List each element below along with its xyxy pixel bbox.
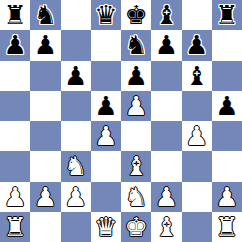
piece-white-pawn[interactable]: ♟ [3,182,26,212]
square-g2[interactable] [182,182,212,212]
piece-black-rook[interactable]: ♜ [215,0,238,30]
square-d3[interactable] [91,151,121,181]
piece-black-queen[interactable]: ♛ [94,0,117,30]
piece-black-knight[interactable]: ♞ [124,30,147,60]
piece-black-bishop[interactable]: ♝ [155,0,178,30]
square-f8[interactable]: ♝ [151,0,181,30]
square-e4[interactable] [121,121,151,151]
square-f5[interactable] [151,91,181,121]
square-d2[interactable] [91,182,121,212]
square-h5[interactable]: ♟ [212,91,242,121]
square-g1[interactable] [182,212,212,242]
piece-white-pawn[interactable]: ♟ [185,121,208,151]
piece-white-pawn[interactable]: ♟ [215,182,238,212]
square-e6[interactable]: ♟ [121,61,151,91]
square-b2[interactable]: ♟ [30,182,60,212]
square-d6[interactable] [91,61,121,91]
square-f2[interactable]: ♟ [151,182,181,212]
square-b5[interactable] [30,91,60,121]
square-h4[interactable] [212,121,242,151]
piece-black-bishop[interactable]: ♝ [185,61,208,91]
square-h1[interactable]: ♜ [212,212,242,242]
piece-white-pawn[interactable]: ♟ [155,182,178,212]
square-b7[interactable]: ♟ [30,30,60,60]
square-a8[interactable]: ♜ [0,0,30,30]
piece-white-king[interactable]: ♚ [124,212,147,242]
square-g7[interactable]: ♟ [182,30,212,60]
piece-black-pawn[interactable]: ♟ [34,30,57,60]
piece-black-knight[interactable]: ♞ [34,0,57,30]
square-a3[interactable] [0,151,30,181]
square-g4[interactable]: ♟ [182,121,212,151]
square-c2[interactable]: ♟ [61,182,91,212]
square-b6[interactable] [30,61,60,91]
square-a4[interactable] [0,121,30,151]
square-c4[interactable] [61,121,91,151]
square-h7[interactable] [212,30,242,60]
piece-black-pawn[interactable]: ♟ [124,61,147,91]
piece-white-bishop[interactable]: ♝ [124,151,147,181]
square-f3[interactable] [151,151,181,181]
piece-white-pawn[interactable]: ♟ [94,121,117,151]
square-e7[interactable]: ♞ [121,30,151,60]
piece-white-rook[interactable]: ♜ [215,212,238,242]
square-d5[interactable]: ♟ [91,91,121,121]
square-e8[interactable]: ♚ [121,0,151,30]
square-d1[interactable]: ♛ [91,212,121,242]
square-h2[interactable]: ♟ [212,182,242,212]
square-d7[interactable] [91,30,121,60]
square-g3[interactable] [182,151,212,181]
square-e3[interactable]: ♝ [121,151,151,181]
piece-white-knight[interactable]: ♞ [124,182,147,212]
square-c5[interactable] [61,91,91,121]
square-a5[interactable] [0,91,30,121]
square-f7[interactable]: ♟ [151,30,181,60]
piece-black-king[interactable]: ♚ [124,0,147,30]
square-f1[interactable]: ♝ [151,212,181,242]
piece-white-pawn[interactable]: ♟ [34,182,57,212]
square-c3[interactable]: ♞ [61,151,91,181]
piece-white-pawn[interactable]: ♟ [64,182,87,212]
square-c7[interactable] [61,30,91,60]
piece-black-pawn[interactable]: ♟ [64,61,87,91]
square-a6[interactable] [0,61,30,91]
piece-black-rook[interactable]: ♜ [3,0,26,30]
square-e2[interactable]: ♞ [121,182,151,212]
square-h8[interactable]: ♜ [212,0,242,30]
piece-white-bishop[interactable]: ♝ [155,212,178,242]
square-b1[interactable] [30,212,60,242]
square-c8[interactable] [61,0,91,30]
piece-white-queen[interactable]: ♛ [94,212,117,242]
piece-black-pawn[interactable]: ♟ [3,30,26,60]
chess-board: ♜♞♛♚♝♜♟♟♞♟♟♟♟♝♟♟♟♟♟♞♝♟♟♟♞♟♟♜♛♚♝♜ [0,0,242,242]
piece-black-pawn[interactable]: ♟ [155,30,178,60]
square-b8[interactable]: ♞ [30,0,60,30]
square-b4[interactable] [30,121,60,151]
square-g8[interactable] [182,0,212,30]
square-g6[interactable]: ♝ [182,61,212,91]
piece-white-rook[interactable]: ♜ [3,212,26,242]
square-e5[interactable]: ♟ [121,91,151,121]
square-f6[interactable] [151,61,181,91]
square-a7[interactable]: ♟ [0,30,30,60]
piece-black-pawn[interactable]: ♟ [185,30,208,60]
square-h3[interactable] [212,151,242,181]
square-a1[interactable]: ♜ [0,212,30,242]
square-d8[interactable]: ♛ [91,0,121,30]
square-h6[interactable] [212,61,242,91]
square-c6[interactable]: ♟ [61,61,91,91]
square-c1[interactable] [61,212,91,242]
square-a2[interactable]: ♟ [0,182,30,212]
square-g5[interactable] [182,91,212,121]
piece-white-pawn[interactable]: ♟ [124,91,147,121]
square-f4[interactable] [151,121,181,151]
piece-black-pawn[interactable]: ♟ [94,91,117,121]
piece-black-pawn[interactable]: ♟ [215,91,238,121]
square-d4[interactable]: ♟ [91,121,121,151]
square-b3[interactable] [30,151,60,181]
piece-white-knight[interactable]: ♞ [64,151,87,181]
square-e1[interactable]: ♚ [121,212,151,242]
